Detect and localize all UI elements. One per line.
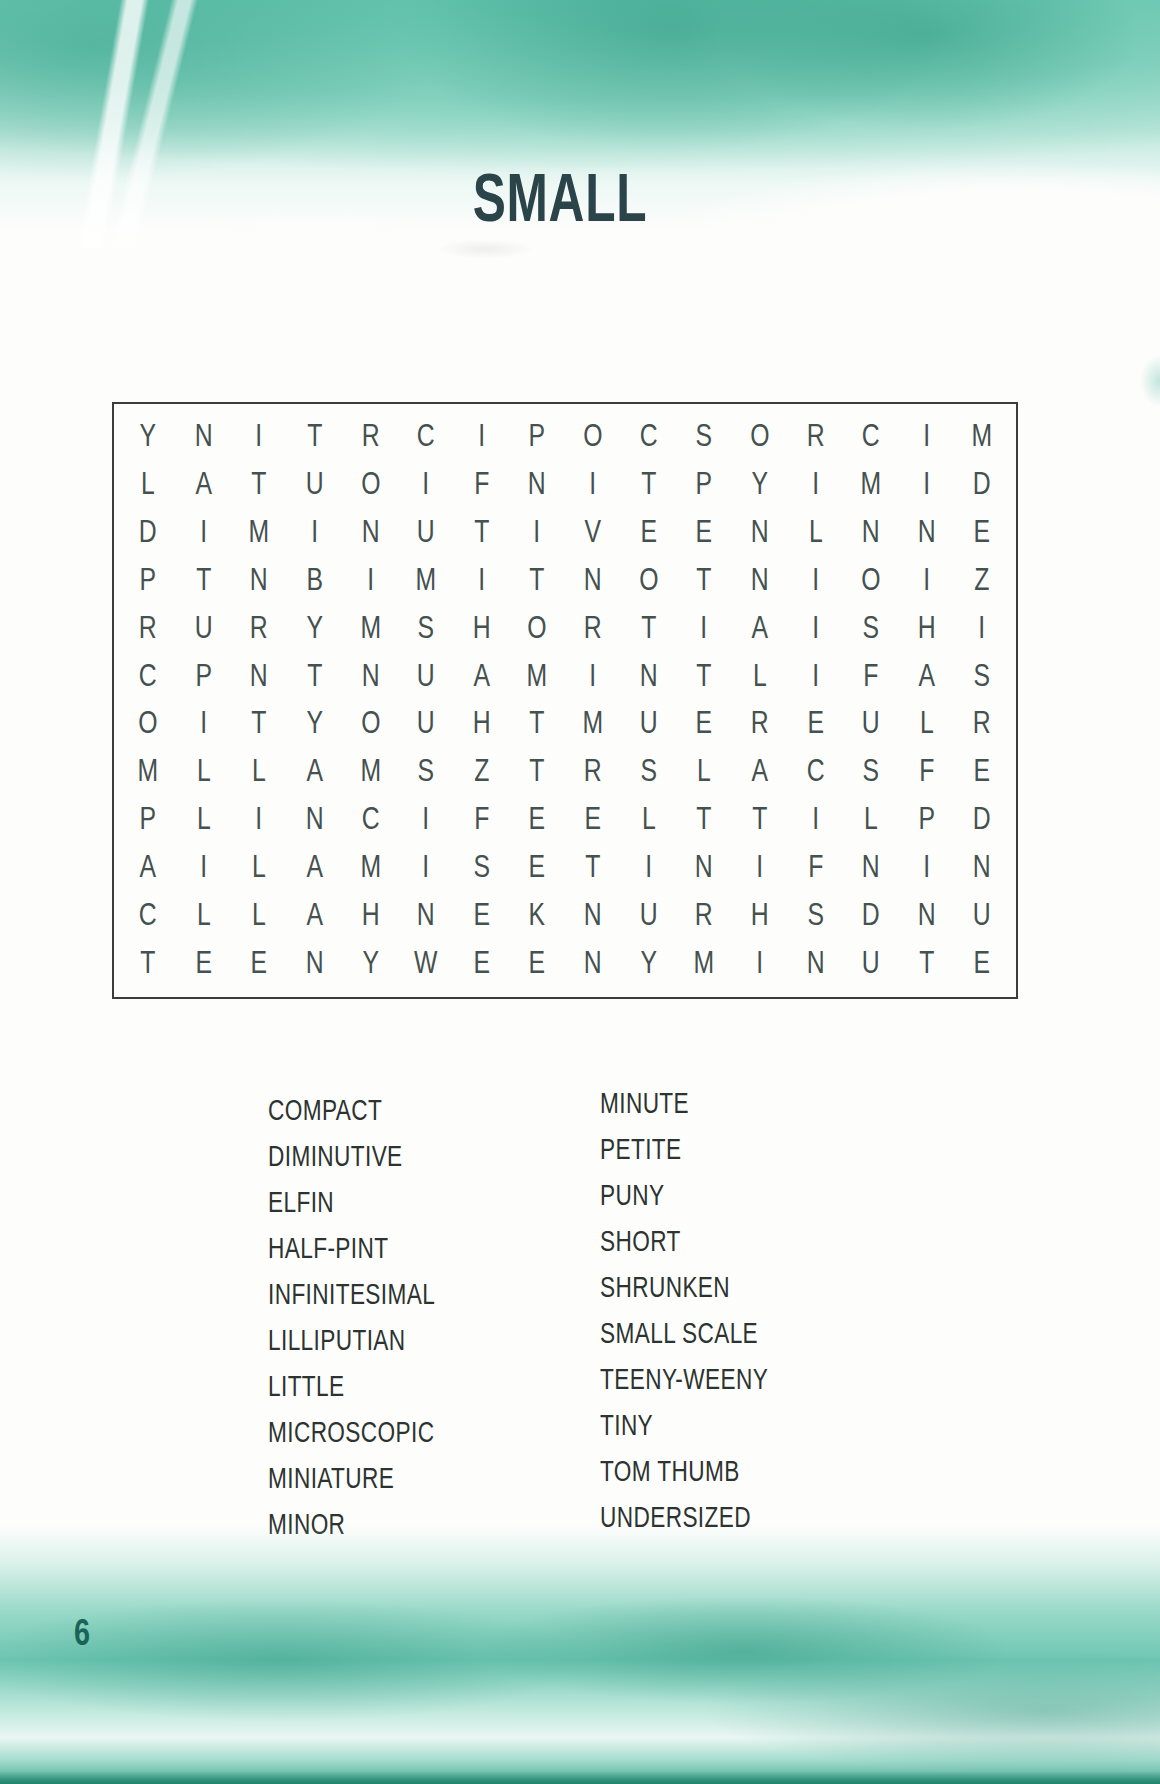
grid-cell-r10c5: M xyxy=(348,843,393,891)
grid-cell-r1c1: Y xyxy=(126,412,171,460)
grid-cell-r1c4: T xyxy=(292,412,337,460)
grid-cell-r12c13: N xyxy=(793,939,838,987)
grid-cell-r11c10: U xyxy=(626,891,671,939)
grid-cell-r8c5: M xyxy=(348,747,393,795)
grid-cell-r5c13: I xyxy=(793,604,838,652)
grid-cell-r1c8: P xyxy=(515,412,560,460)
grid-cell-r7c7: H xyxy=(459,700,504,748)
grid-cell-r1c9: O xyxy=(571,412,616,460)
grid-cell-r7c16: R xyxy=(960,700,1005,748)
grid-cell-r8c11: L xyxy=(682,747,727,795)
grid-cell-r5c7: H xyxy=(459,604,504,652)
grid-cell-r11c8: K xyxy=(515,891,560,939)
grid-cell-r6c16: S xyxy=(960,652,1005,700)
grid-cell-r12c6: W xyxy=(404,939,449,987)
grid-cell-r7c8: T xyxy=(515,700,560,748)
watercolor-bottom-decoration xyxy=(0,1526,1160,1784)
grid-cell-r9c11: T xyxy=(682,795,727,843)
grid-cell-r1c7: I xyxy=(459,412,504,460)
grid-cell-r4c8: T xyxy=(515,556,560,604)
grid-cell-r5c8: O xyxy=(515,604,560,652)
grid-cell-r5c9: R xyxy=(571,604,616,652)
grid-cell-r4c15: I xyxy=(904,556,949,604)
grid-cell-r8c10: S xyxy=(626,747,671,795)
grid-cell-r2c6: I xyxy=(404,460,449,508)
grid-cell-r6c6: U xyxy=(404,652,449,700)
grid-cell-r9c3: I xyxy=(237,795,282,843)
word-list-item: SHRUNKEN xyxy=(600,1264,768,1310)
grid-cell-r3c15: N xyxy=(904,508,949,556)
grid-cell-r6c12: L xyxy=(737,652,782,700)
grid-cell-r8c8: T xyxy=(515,747,560,795)
grid-cell-r9c4: N xyxy=(292,795,337,843)
grid-cell-r11c16: U xyxy=(960,891,1005,939)
grid-cell-r11c4: A xyxy=(292,891,337,939)
grid-cell-r4c14: O xyxy=(849,556,894,604)
grid-cell-r4c16: Z xyxy=(960,556,1005,604)
grid-cell-r8c16: E xyxy=(960,747,1005,795)
grid-cell-r8c9: R xyxy=(571,747,616,795)
word-list-item: MICROSCOPIC xyxy=(268,1409,435,1455)
grid-cell-r2c12: Y xyxy=(737,460,782,508)
grid-cell-r8c12: A xyxy=(737,747,782,795)
grid-cell-r7c5: O xyxy=(348,700,393,748)
grid-cell-r5c3: R xyxy=(237,604,282,652)
word-list-item: DIMINUTIVE xyxy=(268,1133,435,1179)
grid-cell-r8c14: S xyxy=(849,747,894,795)
grid-cell-r2c13: I xyxy=(793,460,838,508)
grid-cell-r2c5: O xyxy=(348,460,393,508)
grid-cell-r12c12: I xyxy=(737,939,782,987)
grid-cell-r9c6: I xyxy=(404,795,449,843)
page-number: 6 xyxy=(74,1612,90,1654)
grid-cell-r2c4: U xyxy=(292,460,337,508)
word-list-item: TEENY-WEENY xyxy=(600,1356,768,1402)
grid-cell-r10c8: E xyxy=(515,843,560,891)
grid-cell-r6c7: A xyxy=(459,652,504,700)
grid-cell-r1c6: C xyxy=(404,412,449,460)
grid-cell-r11c1: C xyxy=(126,891,171,939)
grid-cell-r12c16: E xyxy=(960,939,1005,987)
grid-cell-r7c15: L xyxy=(904,700,949,748)
grid-cell-r8c4: A xyxy=(292,747,337,795)
grid-cell-r6c13: I xyxy=(793,652,838,700)
grid-cell-r7c11: E xyxy=(682,700,727,748)
grid-cell-r12c3: E xyxy=(237,939,282,987)
grid-cell-r3c14: N xyxy=(849,508,894,556)
grid-cell-r12c2: E xyxy=(181,939,226,987)
grid-cell-r10c2: I xyxy=(181,843,226,891)
grid-cell-r5c11: I xyxy=(682,604,727,652)
grid-cell-r6c3: N xyxy=(237,652,282,700)
grid-cell-r6c5: N xyxy=(348,652,393,700)
grid-cell-r1c13: R xyxy=(793,412,838,460)
grid-cell-r11c2: L xyxy=(181,891,226,939)
grid-cell-r3c8: I xyxy=(515,508,560,556)
word-list-item: COMPACT xyxy=(268,1087,435,1133)
grid-cell-r1c5: R xyxy=(348,412,393,460)
grid-cell-r8c6: S xyxy=(404,747,449,795)
grid-cell-r4c12: N xyxy=(737,556,782,604)
grid-cell-r11c14: D xyxy=(849,891,894,939)
grid-cell-r1c3: I xyxy=(237,412,282,460)
grid-cell-r10c14: N xyxy=(849,843,894,891)
word-list-item: INFINITESIMAL xyxy=(268,1271,435,1317)
grid-cell-r8c13: C xyxy=(793,747,838,795)
grid-cell-r4c11: T xyxy=(682,556,727,604)
grid-cell-r3c16: E xyxy=(960,508,1005,556)
grid-cell-r4c9: N xyxy=(571,556,616,604)
grid-cell-r5c6: S xyxy=(404,604,449,652)
grid-cell-r12c11: M xyxy=(682,939,727,987)
grid-cell-r5c15: H xyxy=(904,604,949,652)
grid-cell-r6c4: T xyxy=(292,652,337,700)
grid-cell-r7c2: I xyxy=(181,700,226,748)
grid-cell-r5c12: A xyxy=(737,604,782,652)
grid-cell-r8c2: L xyxy=(181,747,226,795)
grid-cell-r12c9: N xyxy=(571,939,616,987)
grid-cell-r12c14: U xyxy=(849,939,894,987)
grid-cell-r6c8: M xyxy=(515,652,560,700)
grid-cell-r4c5: I xyxy=(348,556,393,604)
grid-cell-r1c11: S xyxy=(682,412,727,460)
grid-cell-r12c4: N xyxy=(292,939,337,987)
grid-cell-r4c13: I xyxy=(793,556,838,604)
grid-cell-r4c1: P xyxy=(126,556,171,604)
grid-cell-r5c16: I xyxy=(960,604,1005,652)
grid-cell-r8c3: L xyxy=(237,747,282,795)
grid-cell-r11c15: N xyxy=(904,891,949,939)
grid-cell-r6c15: A xyxy=(904,652,949,700)
grid-cell-r8c1: M xyxy=(126,747,171,795)
grid-cell-r9c9: E xyxy=(571,795,616,843)
grid-cell-r3c10: E xyxy=(626,508,671,556)
grid-cell-r8c15: F xyxy=(904,747,949,795)
grid-cell-r11c13: S xyxy=(793,891,838,939)
grid-cell-r3c5: N xyxy=(348,508,393,556)
grid-cell-r5c1: R xyxy=(126,604,171,652)
word-list-item: SHORT xyxy=(600,1218,768,1264)
grid-cell-r9c16: D xyxy=(960,795,1005,843)
grid-cell-r2c2: A xyxy=(181,460,226,508)
grid-cell-r3c12: N xyxy=(737,508,782,556)
word-list-item: SMALL SCALE xyxy=(600,1310,768,1356)
word-list-item: LITTLE xyxy=(268,1363,435,1409)
word-list-item: MINIATURE xyxy=(268,1455,435,1501)
grid-cell-r8c7: Z xyxy=(459,747,504,795)
grid-cell-r3c4: I xyxy=(292,508,337,556)
word-search-grid-box: YNITRCIPOCSORCIMLATUOIFNITPYIMIDDIMINUTI… xyxy=(112,402,1018,999)
grid-cell-r7c10: U xyxy=(626,700,671,748)
grid-cell-r1c10: C xyxy=(626,412,671,460)
grid-cell-r3c9: V xyxy=(571,508,616,556)
grid-cell-r3c1: D xyxy=(126,508,171,556)
grid-cell-r2c16: D xyxy=(960,460,1005,508)
grid-cell-r2c7: F xyxy=(459,460,504,508)
grid-cell-r7c4: Y xyxy=(292,700,337,748)
grid-cell-r12c10: Y xyxy=(626,939,671,987)
grid-cell-r9c13: I xyxy=(793,795,838,843)
grid-cell-r5c4: Y xyxy=(292,604,337,652)
grid-cell-r11c5: H xyxy=(348,891,393,939)
grid-cell-r9c12: T xyxy=(737,795,782,843)
grid-cell-r10c11: N xyxy=(682,843,727,891)
word-list-left-column: COMPACTDIMINUTIVEELFINHALF-PINTINFINITES… xyxy=(268,1087,482,1547)
book-page: SMALL YNITRCIPOCSORCIMLATUOIFNITPYIMIDDI… xyxy=(0,0,1160,1784)
grid-cell-r10c1: A xyxy=(126,843,171,891)
grid-cell-r10c6: I xyxy=(404,843,449,891)
grid-cell-r2c3: T xyxy=(237,460,282,508)
grid-cell-r10c3: L xyxy=(237,843,282,891)
grid-cell-r2c10: T xyxy=(626,460,671,508)
grid-cell-r3c2: I xyxy=(181,508,226,556)
grid-cell-r12c8: E xyxy=(515,939,560,987)
grid-cell-r10c7: S xyxy=(459,843,504,891)
grid-cell-r7c9: M xyxy=(571,700,616,748)
grid-cell-r2c9: I xyxy=(571,460,616,508)
scan-smudge xyxy=(420,236,550,262)
grid-cell-r3c7: T xyxy=(459,508,504,556)
word-search-grid: YNITRCIPOCSORCIMLATUOIFNITPYIMIDDIMINUTI… xyxy=(114,404,1016,997)
grid-cell-r10c4: A xyxy=(292,843,337,891)
grid-cell-r11c6: N xyxy=(404,891,449,939)
grid-cell-r9c7: F xyxy=(459,795,504,843)
grid-cell-r1c12: O xyxy=(737,412,782,460)
grid-cell-r7c12: R xyxy=(737,700,782,748)
grid-cell-r4c2: T xyxy=(181,556,226,604)
grid-cell-r6c1: C xyxy=(126,652,171,700)
grid-cell-r2c8: N xyxy=(515,460,560,508)
puzzle-title: SMALL xyxy=(157,158,963,237)
word-list-item: PUNY xyxy=(600,1172,768,1218)
grid-cell-r3c11: E xyxy=(682,508,727,556)
grid-cell-r7c6: U xyxy=(404,700,449,748)
grid-cell-r7c3: T xyxy=(237,700,282,748)
watercolor-right-wisp-decoration xyxy=(1126,352,1160,410)
grid-cell-r6c11: T xyxy=(682,652,727,700)
word-list-item: LILLIPUTIAN xyxy=(268,1317,435,1363)
grid-cell-r11c9: N xyxy=(571,891,616,939)
word-list-item: ELFIN xyxy=(268,1179,435,1225)
grid-cell-r10c9: T xyxy=(571,843,616,891)
grid-cell-r5c14: S xyxy=(849,604,894,652)
grid-cell-r6c10: N xyxy=(626,652,671,700)
grid-cell-r10c10: I xyxy=(626,843,671,891)
grid-cell-r2c1: L xyxy=(126,460,171,508)
grid-cell-r7c1: O xyxy=(126,700,171,748)
grid-cell-r12c5: Y xyxy=(348,939,393,987)
grid-cell-r1c15: I xyxy=(904,412,949,460)
grid-cell-r12c15: T xyxy=(904,939,949,987)
word-list-item: PETITE xyxy=(600,1126,768,1172)
word-list-item: HALF-PINT xyxy=(268,1225,435,1271)
grid-cell-r3c13: L xyxy=(793,508,838,556)
grid-cell-r9c2: L xyxy=(181,795,226,843)
grid-cell-r4c4: B xyxy=(292,556,337,604)
grid-cell-r4c7: I xyxy=(459,556,504,604)
grid-cell-r11c7: E xyxy=(459,891,504,939)
grid-cell-r9c5: C xyxy=(348,795,393,843)
grid-cell-r5c2: U xyxy=(181,604,226,652)
grid-cell-r9c10: L xyxy=(626,795,671,843)
word-list-item: TINY xyxy=(600,1402,768,1448)
grid-cell-r4c10: O xyxy=(626,556,671,604)
grid-cell-r2c14: M xyxy=(849,460,894,508)
grid-cell-r6c9: I xyxy=(571,652,616,700)
grid-cell-r6c14: F xyxy=(849,652,894,700)
grid-cell-r9c14: L xyxy=(849,795,894,843)
word-list-item: MINUTE xyxy=(600,1080,768,1126)
grid-cell-r3c6: U xyxy=(404,508,449,556)
grid-cell-r12c1: T xyxy=(126,939,171,987)
grid-cell-r12c7: E xyxy=(459,939,504,987)
grid-cell-r11c3: L xyxy=(237,891,282,939)
grid-cell-r1c2: N xyxy=(181,412,226,460)
grid-cell-r10c12: I xyxy=(737,843,782,891)
grid-cell-r6c2: P xyxy=(181,652,226,700)
grid-cell-r7c13: E xyxy=(793,700,838,748)
grid-cell-r9c1: P xyxy=(126,795,171,843)
grid-cell-r2c11: P xyxy=(682,460,727,508)
grid-cell-r1c16: M xyxy=(960,412,1005,460)
grid-cell-r4c6: M xyxy=(404,556,449,604)
grid-cell-r3c3: M xyxy=(237,508,282,556)
grid-cell-r4c3: N xyxy=(237,556,282,604)
grid-cell-r1c14: C xyxy=(849,412,894,460)
grid-cell-r5c10: T xyxy=(626,604,671,652)
word-list-item: TOM THUMB xyxy=(600,1448,768,1494)
grid-cell-r10c13: F xyxy=(793,843,838,891)
grid-cell-r2c15: I xyxy=(904,460,949,508)
grid-cell-r7c14: U xyxy=(849,700,894,748)
grid-cell-r10c16: N xyxy=(960,843,1005,891)
grid-cell-r11c12: H xyxy=(737,891,782,939)
word-list-right-column: MINUTEPETITEPUNYSHORTSHRUNKENSMALL SCALE… xyxy=(600,1080,816,1540)
grid-cell-r5c5: M xyxy=(348,604,393,652)
grid-cell-r10c15: I xyxy=(904,843,949,891)
grid-cell-r9c8: E xyxy=(515,795,560,843)
grid-cell-r11c11: R xyxy=(682,891,727,939)
grid-cell-r9c15: P xyxy=(904,795,949,843)
